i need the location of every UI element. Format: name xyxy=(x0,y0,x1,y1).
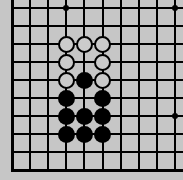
intersection-J9[interactable] xyxy=(148,17,166,35)
intersection-E9[interactable] xyxy=(75,17,93,35)
intersection-E10[interactable] xyxy=(75,0,93,17)
black-stone xyxy=(94,126,111,143)
intersection-G6[interactable] xyxy=(112,71,130,89)
intersection-B7[interactable] xyxy=(21,53,39,71)
intersection-A4[interactable] xyxy=(3,107,21,125)
intersection-D4[interactable] xyxy=(57,107,75,125)
intersection-F2[interactable] xyxy=(93,143,111,161)
intersection-B3[interactable] xyxy=(21,125,39,143)
intersection-B6[interactable] xyxy=(21,71,39,89)
intersection-J2[interactable] xyxy=(148,143,166,161)
intersection-A10[interactable] xyxy=(3,0,21,17)
intersection-F4[interactable] xyxy=(93,107,111,125)
intersection-K8[interactable] xyxy=(166,35,183,53)
intersection-G4[interactable] xyxy=(112,107,130,125)
intersection-F9[interactable] xyxy=(93,17,111,35)
intersection-C10[interactable] xyxy=(39,0,57,17)
board-grid xyxy=(3,0,183,179)
intersection-H4[interactable] xyxy=(130,107,148,125)
intersection-J8[interactable] xyxy=(148,35,166,53)
intersection-H8[interactable] xyxy=(130,35,148,53)
black-stone xyxy=(94,108,111,125)
intersection-B4[interactable] xyxy=(21,107,39,125)
intersection-C2[interactable] xyxy=(39,143,57,161)
intersection-K1[interactable] xyxy=(166,161,183,179)
intersection-A9[interactable] xyxy=(3,17,21,35)
intersection-D6[interactable] xyxy=(57,71,75,89)
intersection-K7[interactable] xyxy=(166,53,183,71)
intersection-F5[interactable] xyxy=(93,89,111,107)
intersection-D9[interactable] xyxy=(57,17,75,35)
intersection-H3[interactable] xyxy=(130,125,148,143)
intersection-A8[interactable] xyxy=(3,35,21,53)
intersection-G8[interactable] xyxy=(112,35,130,53)
intersection-H2[interactable] xyxy=(130,143,148,161)
black-stone xyxy=(58,90,75,107)
intersection-J7[interactable] xyxy=(148,53,166,71)
intersection-G5[interactable] xyxy=(112,89,130,107)
intersection-J3[interactable] xyxy=(148,125,166,143)
intersection-F7[interactable] xyxy=(93,53,111,71)
intersection-E8[interactable] xyxy=(75,35,93,53)
intersection-D10[interactable] xyxy=(57,0,75,17)
intersection-F3[interactable] xyxy=(93,125,111,143)
white-stone xyxy=(76,36,93,53)
intersection-J4[interactable] xyxy=(148,107,166,125)
intersection-C6[interactable] xyxy=(39,71,57,89)
intersection-K5[interactable] xyxy=(166,89,183,107)
intersection-C8[interactable] xyxy=(39,35,57,53)
intersection-D3[interactable] xyxy=(57,125,75,143)
white-stone xyxy=(58,72,75,89)
intersection-H5[interactable] xyxy=(130,89,148,107)
intersection-E4[interactable] xyxy=(75,107,93,125)
star-point xyxy=(172,113,178,119)
white-stone xyxy=(94,54,111,71)
intersection-G9[interactable] xyxy=(112,17,130,35)
intersection-C9[interactable] xyxy=(39,17,57,35)
intersection-D1[interactable] xyxy=(57,161,75,179)
intersection-C7[interactable] xyxy=(39,53,57,71)
intersection-A6[interactable] xyxy=(3,71,21,89)
intersection-J10[interactable] xyxy=(148,0,166,17)
intersection-E3[interactable] xyxy=(75,125,93,143)
intersection-H6[interactable] xyxy=(130,71,148,89)
intersection-H1[interactable] xyxy=(130,161,148,179)
star-point xyxy=(172,5,178,11)
intersection-E1[interactable] xyxy=(75,161,93,179)
black-stone xyxy=(76,72,93,89)
intersection-B8[interactable] xyxy=(21,35,39,53)
intersection-D8[interactable] xyxy=(57,35,75,53)
black-stone xyxy=(76,126,93,143)
intersection-B9[interactable] xyxy=(21,17,39,35)
black-stone xyxy=(58,126,75,143)
go-board xyxy=(0,0,183,180)
intersection-K3[interactable] xyxy=(166,125,183,143)
intersection-F10[interactable] xyxy=(93,0,111,17)
intersection-G7[interactable] xyxy=(112,53,130,71)
white-stone xyxy=(94,36,111,53)
white-stone xyxy=(94,72,111,89)
intersection-B5[interactable] xyxy=(21,89,39,107)
intersection-D5[interactable] xyxy=(57,89,75,107)
intersection-A1[interactable] xyxy=(3,161,21,179)
intersection-H9[interactable] xyxy=(130,17,148,35)
intersection-C5[interactable] xyxy=(39,89,57,107)
intersection-D7[interactable] xyxy=(57,53,75,71)
intersection-B2[interactable] xyxy=(21,143,39,161)
intersection-G2[interactable] xyxy=(112,143,130,161)
star-point xyxy=(63,5,69,11)
intersection-F6[interactable] xyxy=(93,71,111,89)
intersection-K10[interactable] xyxy=(166,0,183,17)
black-stone xyxy=(58,108,75,125)
intersection-F8[interactable] xyxy=(93,35,111,53)
intersection-H10[interactable] xyxy=(130,0,148,17)
intersection-J6[interactable] xyxy=(148,71,166,89)
intersection-A5[interactable] xyxy=(3,89,21,107)
intersection-K6[interactable] xyxy=(166,71,183,89)
white-stone xyxy=(58,36,75,53)
intersection-E5[interactable] xyxy=(75,89,93,107)
intersection-B10[interactable] xyxy=(21,0,39,17)
intersection-K9[interactable] xyxy=(166,17,183,35)
intersection-D2[interactable] xyxy=(57,143,75,161)
intersection-J1[interactable] xyxy=(148,161,166,179)
intersection-K4[interactable] xyxy=(166,107,183,125)
intersection-H7[interactable] xyxy=(130,53,148,71)
intersection-E7[interactable] xyxy=(75,53,93,71)
intersection-F1[interactable] xyxy=(93,161,111,179)
intersection-A7[interactable] xyxy=(3,53,21,71)
intersection-C3[interactable] xyxy=(39,125,57,143)
intersection-C1[interactable] xyxy=(39,161,57,179)
intersection-A2[interactable] xyxy=(3,143,21,161)
intersection-J5[interactable] xyxy=(148,89,166,107)
intersection-B1[interactable] xyxy=(21,161,39,179)
black-stone xyxy=(94,90,111,107)
intersection-G3[interactable] xyxy=(112,125,130,143)
white-stone xyxy=(58,54,75,71)
intersection-G10[interactable] xyxy=(112,0,130,17)
intersection-E2[interactable] xyxy=(75,143,93,161)
black-stone xyxy=(76,108,93,125)
intersection-E6[interactable] xyxy=(75,71,93,89)
intersection-G1[interactable] xyxy=(112,161,130,179)
intersection-C4[interactable] xyxy=(39,107,57,125)
intersection-K2[interactable] xyxy=(166,143,183,161)
intersection-A3[interactable] xyxy=(3,125,21,143)
